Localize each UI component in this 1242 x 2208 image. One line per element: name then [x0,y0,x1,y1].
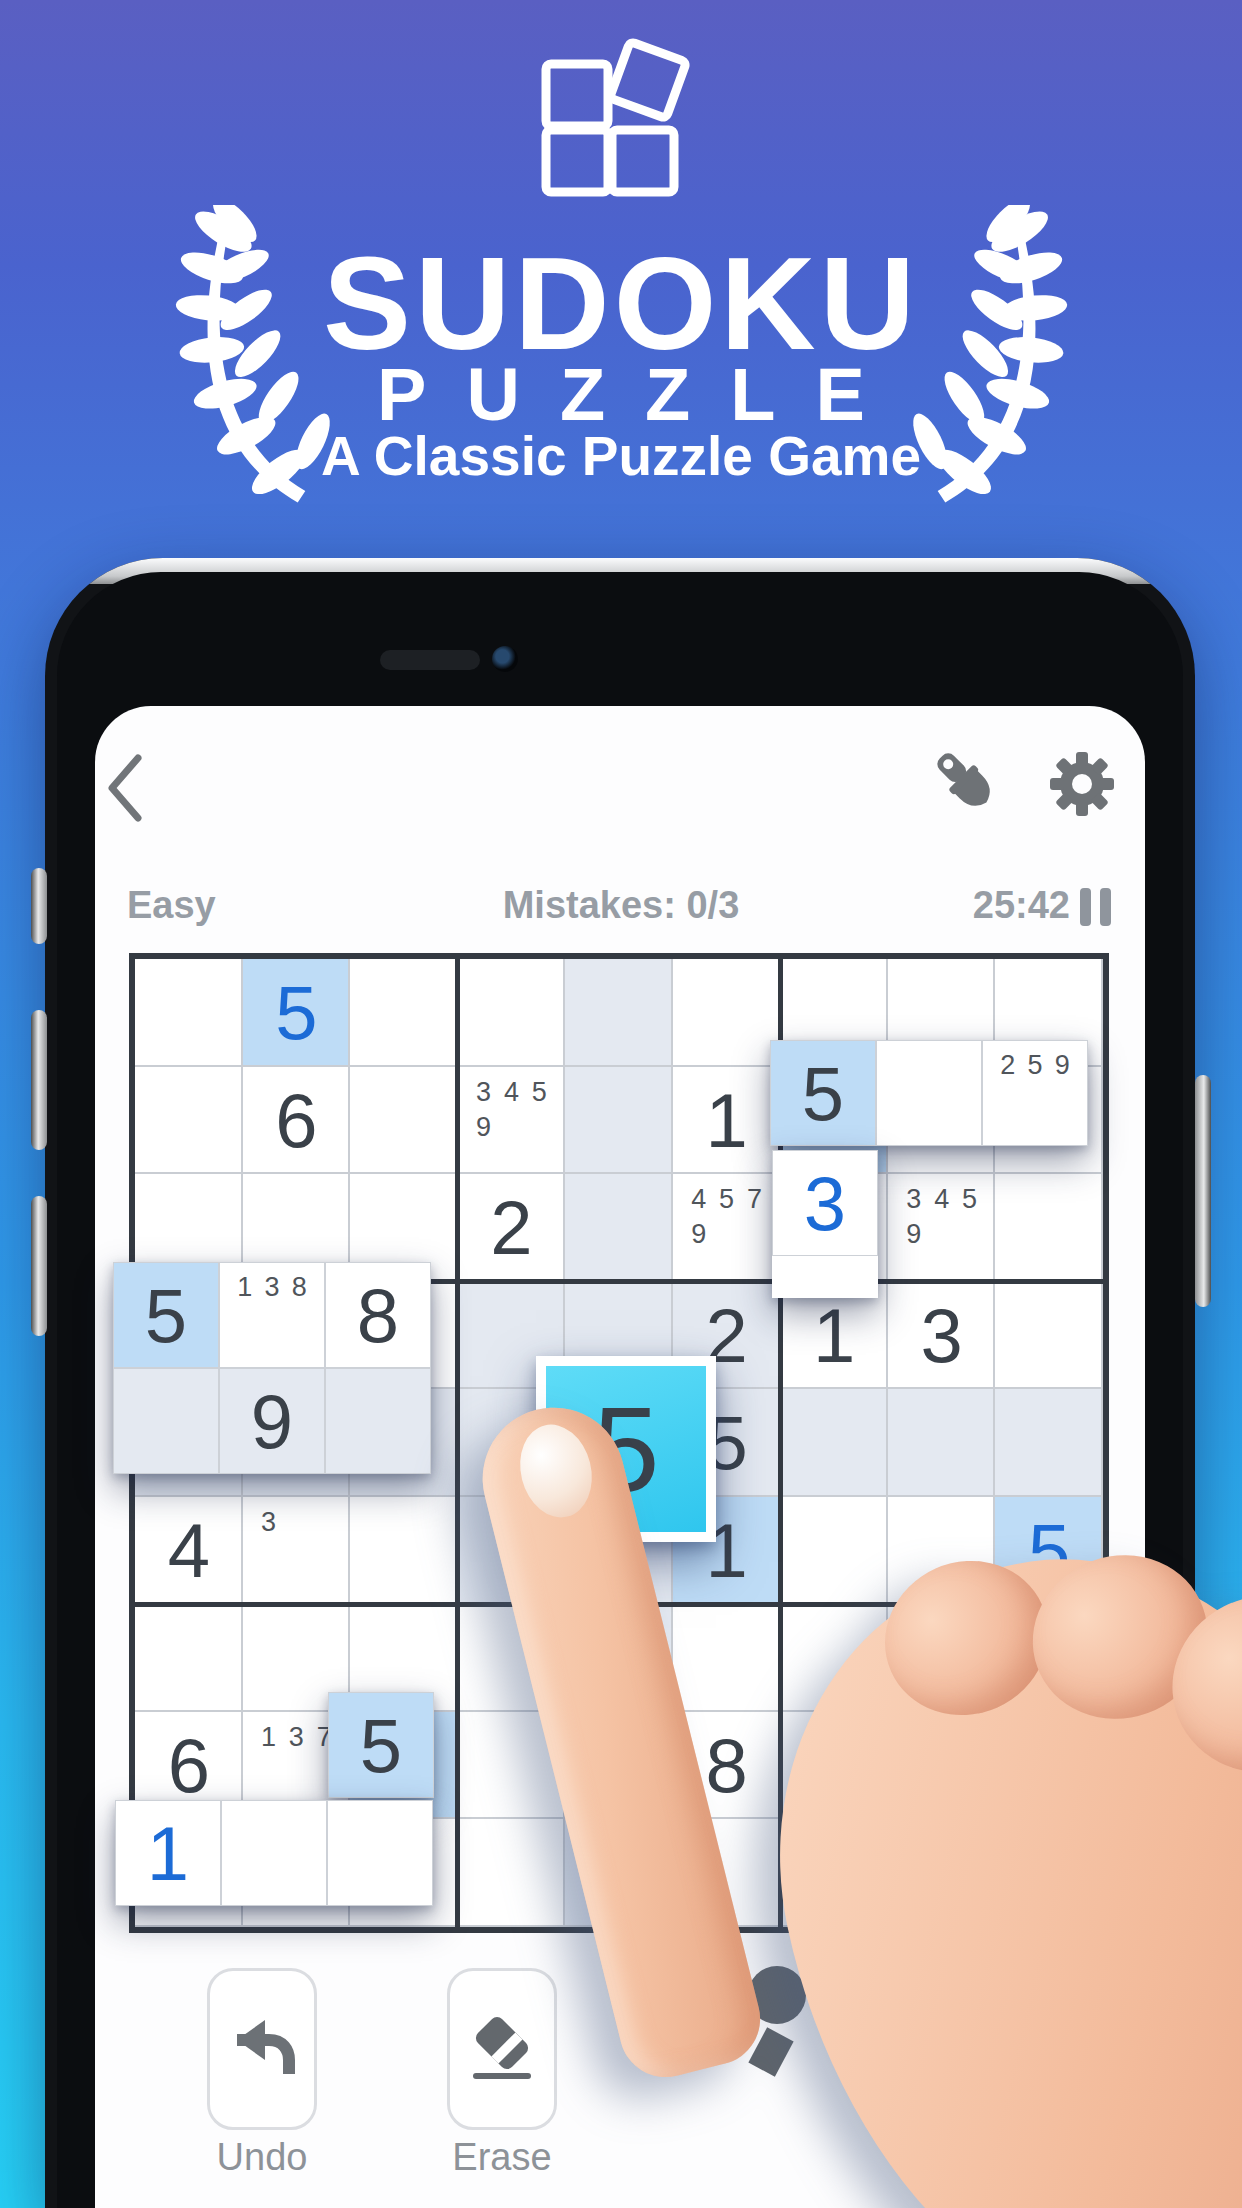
cell-digit: 9 [251,1378,293,1465]
cell-r8c5[interactable] [673,1819,781,1927]
cell-r0c2[interactable] [350,959,458,1067]
cell-digit: 9 [598,1830,640,1917]
cell-r6c0[interactable] [135,1604,243,1712]
grid-thick-line [455,959,460,1927]
cell-r5c8[interactable]: 5 [995,1497,1103,1605]
cell-digit: 1 [147,1810,189,1897]
popout-cell-r2c6: 3 [772,1150,878,1256]
erase-button[interactable] [447,1968,557,2130]
cell-digit: 1 [921,1615,963,1702]
phone-volume-up-button [31,1010,47,1150]
back-button[interactable] [104,752,148,824]
cell-r0c5[interactable] [673,959,781,1067]
cell-r6c8[interactable] [995,1604,1103,1712]
theme-brush-button[interactable] [928,744,1008,824]
popout-cell-r1c6: 5 [770,1040,876,1146]
ad-screenshot: SUDOKU PUZZLE A Classic Puzzle Game [0,0,1242,2208]
hint-button-icon[interactable] [748,1966,806,2024]
cell-r5c6[interactable] [780,1497,888,1605]
popout-cell-r8c1 [221,1800,327,1906]
cell-notes: 138 [219,1262,325,1368]
cell-r1c5[interactable]: 1 [673,1067,781,1175]
cell-r1c0[interactable] [135,1067,243,1175]
status-row: Easy Mistakes: 0/3 25:42 [0,884,1242,938]
cell-r2c4[interactable] [565,1174,673,1282]
cell-digit: 3 [804,1160,846,1247]
cell-r3c7[interactable]: 3 [888,1282,996,1390]
popout-cell-r7c2: 5 [328,1692,434,1798]
cell-digit: 2 [490,1184,532,1271]
popout-cell-r8c2 [327,1800,433,1906]
cell-digit: 5 [275,969,317,1056]
pause-button[interactable] [1080,888,1114,926]
laurel-left-icon [138,205,343,510]
undo-button[interactable] [207,1968,317,2130]
cell-r2c3[interactable]: 2 [458,1174,566,1282]
cell-r0c3[interactable] [458,959,566,1067]
cell-r6c3[interactable] [458,1604,566,1712]
settings-gear-button[interactable] [1042,744,1122,824]
cell-r1c4[interactable] [565,1067,673,1175]
cell-r1c2[interactable] [350,1067,458,1175]
selected-cell-tile[interactable]: 5 [536,1356,716,1542]
cell-r5c7[interactable] [888,1497,996,1605]
cell-r7c4[interactable]: 8 [565,1712,673,1820]
cell-digit: 8 [357,1272,399,1359]
cell-digit: 5 [360,1702,402,1789]
popout-cell-r4c1: 9 [219,1368,325,1474]
cell-r6c6[interactable] [780,1604,888,1712]
cell-notes: 3459 [888,1174,996,1282]
cell-r8c8[interactable] [995,1819,1103,1927]
cell-r4c7[interactable] [888,1389,996,1497]
popout-tiles: 5259 [770,1040,1088,1146]
cell-digit: 8 [705,1722,747,1809]
phone-camera [492,646,518,672]
grid-thick-line [135,1602,1103,1607]
cell-r8c4[interactable]: 9 [565,1819,673,1927]
cell-digit: 6 [168,1722,210,1809]
cell-r7c8[interactable] [995,1712,1103,1820]
selected-cell-value: 5 [546,1366,706,1532]
cell-r1c1[interactable]: 6 [243,1067,351,1175]
cell-digit: 5 [802,1050,844,1137]
popout-cell-r8c0: 1 [115,1800,221,1906]
undo-arrow-icon [229,2018,295,2080]
cell-r7c3[interactable] [458,1712,566,1820]
cell-r5c2[interactable] [350,1497,458,1605]
timer-label: 25:42 [973,884,1070,927]
cell-digit: 1 [705,1077,747,1164]
cell-r8c3[interactable] [458,1819,566,1927]
cell-digit: 1 [813,1292,855,1379]
cell-digit: 6 [275,1077,317,1164]
popout-cell-r3c2: 8 [325,1262,431,1368]
cell-r2c8[interactable] [995,1174,1103,1282]
popout-tiles: 1 [115,1800,433,1906]
popout-cell-r1c7 [876,1040,982,1146]
cell-r3c8[interactable] [995,1282,1103,1390]
cell-notes: 3 [243,1497,351,1605]
popout-cell-r4c0 [113,1368,219,1474]
cell-r2c7[interactable]: 3459 [888,1174,996,1282]
cell-digit: 3 [921,1292,963,1379]
cell-r8c6[interactable] [780,1819,888,1927]
cell-r7c7[interactable] [888,1712,996,1820]
cell-notes: 259 [982,1040,1088,1146]
popout-cell-r3c1: 138 [219,1262,325,1368]
cell-r5c1[interactable]: 3 [243,1497,351,1605]
cell-r0c1[interactable]: 5 [243,959,351,1067]
cell-digit: 5 [145,1272,187,1359]
undo-label: Undo [207,2136,317,2179]
cell-r0c0[interactable] [135,959,243,1067]
phone-speaker [380,650,480,670]
popout-cell-r3c0: 5 [113,1262,219,1368]
cell-r7c6[interactable] [780,1712,888,1820]
cell-digit: 5 [1028,1507,1070,1594]
popout-tiles: 513889 [113,1262,431,1474]
eraser-icon [467,2015,537,2083]
phone-volume-down-button [31,1196,47,1336]
popout-tiles: 5 [328,1692,434,1798]
cell-digit: 4 [168,1507,210,1594]
cell-r2c5[interactable]: 4579 [673,1174,781,1282]
cell-r1c3[interactable]: 3459 [458,1067,566,1175]
popout-cell-r1c8: 259 [982,1040,1088,1146]
cell-r6c7[interactable]: 1 [888,1604,996,1712]
cell-notes: 4579 [673,1174,781,1282]
cell-r6c4[interactable] [565,1604,673,1712]
cell-r5c0[interactable]: 4 [135,1497,243,1605]
app-logo-squares-icon [538,38,714,204]
cell-digit: 8 [598,1722,640,1809]
cell-r0c4[interactable] [565,959,673,1067]
cell-r6c5[interactable] [673,1604,781,1712]
phone-power-button [1195,1075,1211,1307]
cell-r7c5[interactable]: 8 [673,1712,781,1820]
erase-label: Erase [447,2136,557,2179]
popout-cell-r4c2 [325,1368,431,1474]
cell-r4c8[interactable] [995,1389,1103,1497]
cell-notes: 3459 [458,1067,566,1175]
cell-r4c6[interactable] [780,1389,888,1497]
laurel-right-icon [900,205,1105,510]
cell-r8c7[interactable] [888,1819,996,1927]
popout-tiles: 3 [772,1150,878,1298]
